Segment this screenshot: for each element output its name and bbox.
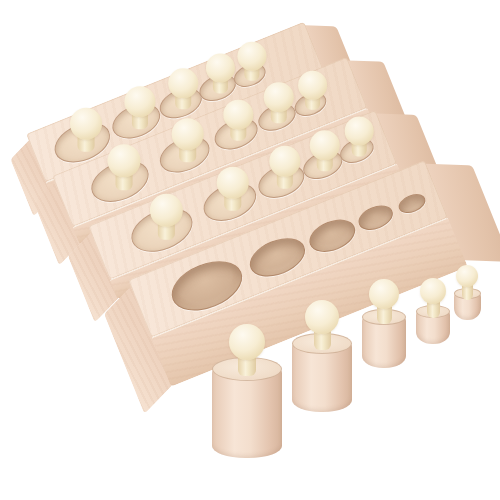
loose-cylinder-body: [212, 368, 282, 458]
knob-ball: [70, 108, 102, 140]
scene: [0, 0, 500, 500]
knob-ball: [124, 86, 155, 117]
knobbed-cylinder: [70, 108, 102, 152]
knobbed-cylinder: [124, 86, 155, 129]
knobbed-cylinder: [269, 146, 300, 189]
knob-ball: [168, 68, 198, 98]
loose-cylinder-5: [454, 265, 481, 320]
knob-ball: [217, 167, 249, 199]
knob-ball: [107, 144, 140, 177]
knob-ball: [297, 70, 326, 99]
knobbed-cylinder: [172, 118, 204, 162]
knobbed-cylinder: [217, 167, 249, 211]
knob-ball: [223, 100, 253, 130]
knob-ball: [237, 41, 266, 70]
knobbed-cylinder: [297, 70, 326, 109]
knobbed-cylinder: [310, 130, 340, 171]
knobbed-cylinder: [205, 53, 234, 93]
knobbed-cylinder: [107, 144, 140, 190]
knob-ball: [205, 53, 234, 82]
loose-cylinder-2: [292, 300, 352, 412]
knob-ball: [305, 300, 339, 334]
knob-ball: [149, 193, 182, 226]
knob-ball: [264, 82, 294, 112]
knob-ball: [344, 117, 373, 146]
knobbed-cylinder: [168, 68, 198, 109]
loose-cylinder-3: [362, 279, 406, 368]
loose-cylinder-1: [212, 324, 282, 458]
knob-ball: [456, 265, 478, 287]
knob-ball: [172, 118, 204, 150]
knob-ball: [229, 324, 265, 360]
knobbed-cylinder: [237, 41, 266, 80]
loose-cylinder-4: [416, 278, 450, 344]
knobbed-cylinder: [149, 193, 182, 239]
knob-ball: [310, 130, 340, 160]
knob-ball: [269, 146, 300, 177]
knobbed-cylinder: [344, 117, 373, 157]
knob-ball: [420, 278, 446, 304]
knobbed-cylinder: [223, 100, 253, 141]
knob-ball: [369, 279, 399, 309]
knobbed-cylinder: [264, 82, 294, 123]
